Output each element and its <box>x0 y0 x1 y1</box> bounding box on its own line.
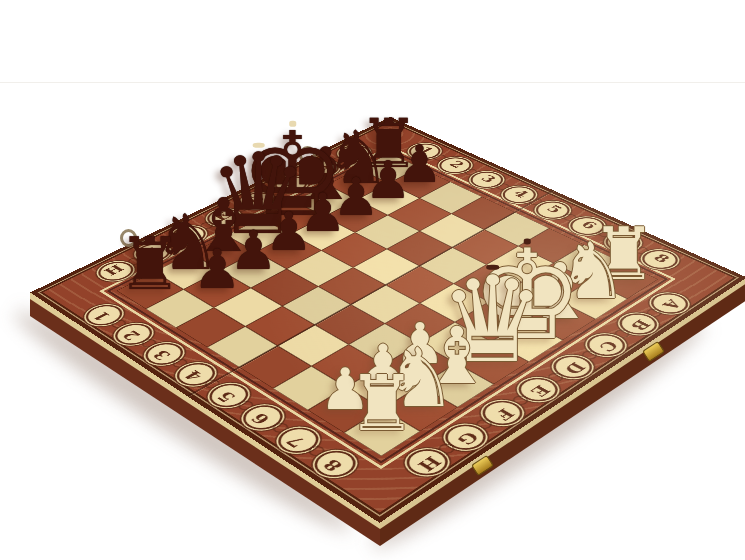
piece-light-rook-h8: ♜ <box>348 366 417 443</box>
finial-pin-icon <box>523 239 530 245</box>
piece-dark-pawn-g2: ♟ <box>193 242 242 296</box>
piece-dark-rook-h1: ♜ <box>118 228 183 300</box>
finial-pin-icon <box>252 142 264 147</box>
finial-pin-icon <box>486 265 499 270</box>
chess-set-photo: AA11BB22CC33DD44EE55FF66GG77HH88 ♜♞♝♚♛♝♞… <box>0 0 745 560</box>
finial-pin-icon <box>289 121 296 126</box>
